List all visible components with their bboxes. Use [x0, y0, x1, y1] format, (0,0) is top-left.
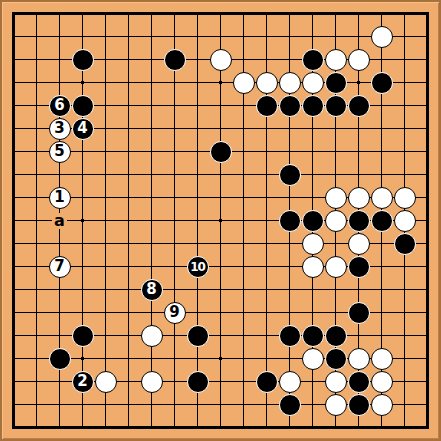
board-cell[interactable]	[232, 301, 255, 324]
board-cell[interactable]	[163, 25, 186, 48]
board-cell[interactable]	[370, 140, 393, 163]
board-cell[interactable]	[209, 71, 232, 94]
board-cell[interactable]	[25, 324, 48, 347]
board-cell[interactable]	[163, 71, 186, 94]
board-cell[interactable]	[347, 232, 370, 255]
board-cell[interactable]	[232, 140, 255, 163]
board-cell[interactable]	[140, 301, 163, 324]
board-cell[interactable]	[278, 232, 301, 255]
board-cell[interactable]	[117, 71, 140, 94]
board-cell[interactable]	[163, 393, 186, 416]
board-cell[interactable]	[324, 94, 347, 117]
board-cell[interactable]	[393, 255, 416, 278]
board-cell[interactable]	[2, 48, 25, 71]
board-cell[interactable]	[186, 25, 209, 48]
board-cell[interactable]	[301, 347, 324, 370]
board-cell[interactable]	[301, 209, 324, 232]
board-cell[interactable]	[209, 48, 232, 71]
board-cell[interactable]	[232, 163, 255, 186]
board-cell[interactable]	[255, 140, 278, 163]
board-cell[interactable]	[232, 2, 255, 25]
board-cell[interactable]	[370, 71, 393, 94]
board-cell[interactable]: 10	[186, 255, 209, 278]
board-cell[interactable]	[48, 71, 71, 94]
board-cell[interactable]	[278, 48, 301, 71]
board-cell[interactable]	[278, 94, 301, 117]
board-cell[interactable]	[186, 48, 209, 71]
board-cell[interactable]	[255, 186, 278, 209]
board-cell[interactable]	[255, 370, 278, 393]
board-cell[interactable]	[140, 94, 163, 117]
board-cell[interactable]	[94, 347, 117, 370]
board-cell[interactable]	[71, 71, 94, 94]
board-cell[interactable]	[71, 324, 94, 347]
board-cell[interactable]	[117, 370, 140, 393]
board-cell[interactable]	[255, 71, 278, 94]
board-cell[interactable]	[347, 163, 370, 186]
board-cell[interactable]	[301, 25, 324, 48]
board-cell[interactable]: 7	[48, 255, 71, 278]
board-cell[interactable]	[209, 301, 232, 324]
board-cell[interactable]	[324, 324, 347, 347]
board-cell[interactable]	[48, 48, 71, 71]
board-cell[interactable]	[232, 117, 255, 140]
board-cell[interactable]	[71, 416, 94, 439]
board-cell[interactable]	[370, 25, 393, 48]
board-cell[interactable]	[255, 2, 278, 25]
board-cell[interactable]	[94, 278, 117, 301]
board-cell[interactable]	[232, 186, 255, 209]
board-cell[interactable]	[117, 94, 140, 117]
board-cell[interactable]	[301, 301, 324, 324]
board-cell[interactable]	[71, 163, 94, 186]
board-cell[interactable]	[163, 278, 186, 301]
board-cell[interactable]	[370, 94, 393, 117]
board-cell[interactable]	[209, 140, 232, 163]
board-cell[interactable]	[71, 94, 94, 117]
board-cell[interactable]: 5	[48, 140, 71, 163]
board-cell[interactable]	[301, 370, 324, 393]
board-cell[interactable]	[324, 48, 347, 71]
board-cell[interactable]	[25, 301, 48, 324]
board-cell[interactable]	[232, 278, 255, 301]
board-cell[interactable]	[163, 209, 186, 232]
board-cell[interactable]	[2, 347, 25, 370]
board-cell[interactable]	[370, 301, 393, 324]
board-cell[interactable]	[94, 140, 117, 163]
board-cell[interactable]	[209, 347, 232, 370]
board-cell[interactable]	[370, 117, 393, 140]
board-cell[interactable]	[163, 163, 186, 186]
board-cell[interactable]	[416, 324, 439, 347]
board-cell[interactable]	[140, 48, 163, 71]
board-cell[interactable]	[117, 25, 140, 48]
board-cell[interactable]	[94, 71, 117, 94]
board-cell[interactable]	[370, 324, 393, 347]
board-cell[interactable]	[278, 186, 301, 209]
board-cell[interactable]	[393, 94, 416, 117]
board-cell[interactable]	[255, 94, 278, 117]
board-cell[interactable]	[71, 25, 94, 48]
board-cell[interactable]	[209, 370, 232, 393]
board-cell[interactable]	[2, 71, 25, 94]
board-cell[interactable]	[301, 2, 324, 25]
board-cell[interactable]	[416, 117, 439, 140]
board-cell[interactable]	[393, 301, 416, 324]
board-cell[interactable]: 9	[163, 301, 186, 324]
board-cell[interactable]	[2, 232, 25, 255]
board-cell[interactable]	[324, 416, 347, 439]
board-cell[interactable]	[209, 255, 232, 278]
board-cell[interactable]	[94, 48, 117, 71]
board-cell[interactable]	[347, 393, 370, 416]
board-cell[interactable]	[255, 324, 278, 347]
board-cell[interactable]	[347, 25, 370, 48]
board-cell[interactable]	[71, 393, 94, 416]
board-cell[interactable]	[163, 140, 186, 163]
board-cell[interactable]	[232, 416, 255, 439]
board-cell[interactable]	[209, 324, 232, 347]
board-cell[interactable]	[163, 370, 186, 393]
board-cell[interactable]	[232, 209, 255, 232]
board-cell[interactable]	[393, 393, 416, 416]
board-cell[interactable]	[163, 416, 186, 439]
board-cell[interactable]	[370, 232, 393, 255]
board-cell[interactable]	[163, 186, 186, 209]
board-cell[interactable]	[186, 71, 209, 94]
board-cell[interactable]	[232, 347, 255, 370]
board-cell[interactable]	[301, 278, 324, 301]
board-cell[interactable]	[347, 2, 370, 25]
board-cell[interactable]	[117, 186, 140, 209]
board-cell[interactable]	[117, 393, 140, 416]
board-cell[interactable]	[71, 140, 94, 163]
board-cell[interactable]	[48, 347, 71, 370]
board-cell[interactable]: 3	[48, 117, 71, 140]
board-cell[interactable]: 6	[48, 94, 71, 117]
board-cell[interactable]	[94, 393, 117, 416]
board-cell[interactable]	[25, 25, 48, 48]
board-cell[interactable]	[416, 140, 439, 163]
board-cell[interactable]	[255, 255, 278, 278]
board-cell[interactable]	[140, 347, 163, 370]
board-cell[interactable]	[163, 347, 186, 370]
board-cell[interactable]	[25, 186, 48, 209]
board-cell[interactable]	[186, 393, 209, 416]
board-cell[interactable]	[416, 301, 439, 324]
board-cell[interactable]	[370, 186, 393, 209]
board-cell[interactable]	[255, 232, 278, 255]
board-cell[interactable]	[94, 324, 117, 347]
board-cell[interactable]	[94, 209, 117, 232]
board-cell[interactable]	[2, 2, 25, 25]
board-cell[interactable]	[416, 163, 439, 186]
board-cell[interactable]	[347, 301, 370, 324]
board-cell[interactable]	[117, 140, 140, 163]
board-cell[interactable]	[278, 140, 301, 163]
board-cell[interactable]	[140, 416, 163, 439]
board-cell[interactable]	[416, 416, 439, 439]
board-cell[interactable]	[347, 117, 370, 140]
board-cell[interactable]	[48, 393, 71, 416]
board-cell[interactable]	[370, 416, 393, 439]
board-cell[interactable]	[278, 416, 301, 439]
board-cell[interactable]	[117, 324, 140, 347]
board-cell[interactable]	[278, 301, 301, 324]
board-cell[interactable]	[2, 416, 25, 439]
board-cell[interactable]	[117, 416, 140, 439]
board-cell[interactable]	[163, 324, 186, 347]
board-cell[interactable]	[232, 94, 255, 117]
board-cell[interactable]	[416, 347, 439, 370]
board-cell[interactable]	[278, 209, 301, 232]
board-cell[interactable]	[324, 278, 347, 301]
board-cell[interactable]	[278, 2, 301, 25]
board-cell[interactable]	[71, 2, 94, 25]
board-cell[interactable]	[209, 232, 232, 255]
board-cell[interactable]	[324, 370, 347, 393]
board-cell[interactable]	[71, 232, 94, 255]
board-cell[interactable]	[232, 232, 255, 255]
board-cell[interactable]	[416, 370, 439, 393]
board-cell[interactable]	[370, 48, 393, 71]
board-cell[interactable]	[347, 324, 370, 347]
board-cell[interactable]	[94, 163, 117, 186]
board-cell[interactable]	[163, 232, 186, 255]
board-cell[interactable]	[416, 278, 439, 301]
board-cell[interactable]	[117, 2, 140, 25]
board-cell[interactable]	[25, 140, 48, 163]
board-cell[interactable]	[140, 25, 163, 48]
board-cell[interactable]	[186, 301, 209, 324]
board-cell[interactable]	[393, 232, 416, 255]
board-cell[interactable]	[209, 163, 232, 186]
board-cell[interactable]	[71, 48, 94, 71]
board-cell[interactable]	[163, 48, 186, 71]
board-cell[interactable]	[301, 416, 324, 439]
board-cell[interactable]	[25, 347, 48, 370]
board-cell[interactable]	[117, 48, 140, 71]
board-cell[interactable]	[186, 163, 209, 186]
board-cell[interactable]	[163, 2, 186, 25]
board-cell[interactable]	[48, 2, 71, 25]
board-cell[interactable]	[2, 324, 25, 347]
board-cell[interactable]	[347, 278, 370, 301]
board-cell[interactable]	[117, 278, 140, 301]
board-cell[interactable]	[347, 186, 370, 209]
board-cell[interactable]	[232, 255, 255, 278]
board-cell[interactable]	[94, 94, 117, 117]
board-cell[interactable]: a	[48, 209, 71, 232]
board-cell[interactable]	[186, 324, 209, 347]
board-cell[interactable]	[186, 347, 209, 370]
board-cell[interactable]	[94, 232, 117, 255]
board-cell[interactable]	[416, 48, 439, 71]
board-cell[interactable]	[416, 2, 439, 25]
board-cell[interactable]	[393, 25, 416, 48]
board-cell[interactable]	[71, 209, 94, 232]
board-cell[interactable]	[393, 140, 416, 163]
board-cell[interactable]	[301, 94, 324, 117]
board-cell[interactable]	[2, 393, 25, 416]
board-cell[interactable]	[324, 393, 347, 416]
board-cell[interactable]	[278, 71, 301, 94]
board-cell[interactable]	[301, 186, 324, 209]
board-cell[interactable]	[301, 140, 324, 163]
board-cell[interactable]	[163, 117, 186, 140]
board-cell[interactable]	[301, 163, 324, 186]
board-cell[interactable]	[25, 393, 48, 416]
board-cell[interactable]	[117, 163, 140, 186]
board-cell[interactable]: 8	[140, 278, 163, 301]
board-cell[interactable]	[324, 2, 347, 25]
board-cell[interactable]	[232, 370, 255, 393]
board-cell[interactable]	[347, 48, 370, 71]
board-cell[interactable]	[140, 117, 163, 140]
board-cell[interactable]	[2, 209, 25, 232]
board-cell[interactable]	[301, 48, 324, 71]
board-cell[interactable]	[71, 347, 94, 370]
board-cell[interactable]	[393, 347, 416, 370]
board-cell[interactable]	[94, 416, 117, 439]
board-cell[interactable]	[278, 370, 301, 393]
board-cell[interactable]	[48, 416, 71, 439]
board-cell[interactable]	[209, 278, 232, 301]
board-cell[interactable]	[255, 117, 278, 140]
board-cell[interactable]	[347, 347, 370, 370]
board-cell[interactable]	[25, 2, 48, 25]
board-cell[interactable]	[324, 255, 347, 278]
board-cell[interactable]	[140, 370, 163, 393]
board-cell[interactable]	[186, 209, 209, 232]
board-cell[interactable]	[48, 278, 71, 301]
board-cell[interactable]	[163, 255, 186, 278]
board-cell[interactable]	[393, 370, 416, 393]
board-cell[interactable]	[232, 324, 255, 347]
board-cell[interactable]	[186, 232, 209, 255]
board-cell[interactable]	[94, 117, 117, 140]
board-cell[interactable]	[347, 140, 370, 163]
board-cell[interactable]	[117, 347, 140, 370]
board-cell[interactable]	[25, 278, 48, 301]
board-cell[interactable]	[393, 416, 416, 439]
board-cell[interactable]	[71, 278, 94, 301]
board-cell[interactable]	[393, 209, 416, 232]
board-cell[interactable]	[324, 232, 347, 255]
board-cell[interactable]	[393, 48, 416, 71]
board-cell[interactable]	[94, 25, 117, 48]
board-cell[interactable]	[278, 347, 301, 370]
board-cell[interactable]	[347, 94, 370, 117]
board-cell[interactable]	[25, 416, 48, 439]
board-cell[interactable]	[2, 301, 25, 324]
board-cell[interactable]	[140, 255, 163, 278]
board-cell[interactable]	[2, 370, 25, 393]
board-cell[interactable]	[416, 393, 439, 416]
board-cell[interactable]	[186, 370, 209, 393]
board-cell[interactable]	[255, 48, 278, 71]
board-cell[interactable]	[370, 209, 393, 232]
board-cell[interactable]	[71, 255, 94, 278]
board-cell[interactable]	[2, 140, 25, 163]
board-cell[interactable]	[140, 140, 163, 163]
board-cell[interactable]	[278, 117, 301, 140]
board-cell[interactable]	[71, 301, 94, 324]
board-cell[interactable]	[347, 209, 370, 232]
board-cell[interactable]	[48, 324, 71, 347]
board-cell[interactable]	[232, 71, 255, 94]
board-cell[interactable]	[2, 255, 25, 278]
board-cell[interactable]	[393, 117, 416, 140]
board-cell[interactable]	[140, 393, 163, 416]
board-cell[interactable]	[48, 163, 71, 186]
board-cell[interactable]	[393, 278, 416, 301]
board-cell[interactable]: 2	[71, 370, 94, 393]
board-cell[interactable]	[278, 278, 301, 301]
board-cell[interactable]	[209, 209, 232, 232]
board-cell[interactable]	[25, 255, 48, 278]
board-cell[interactable]	[48, 370, 71, 393]
board-cell[interactable]	[324, 117, 347, 140]
board-cell[interactable]	[278, 393, 301, 416]
board-cell[interactable]	[186, 186, 209, 209]
board-cell[interactable]	[324, 347, 347, 370]
board-cell[interactable]	[48, 301, 71, 324]
board-cell[interactable]	[370, 163, 393, 186]
board-cell[interactable]	[2, 117, 25, 140]
board-cell[interactable]	[255, 393, 278, 416]
board-cell[interactable]	[255, 278, 278, 301]
board-cell[interactable]	[48, 232, 71, 255]
board-cell[interactable]	[140, 209, 163, 232]
board-cell[interactable]	[324, 209, 347, 232]
board-cell[interactable]	[140, 324, 163, 347]
board-cell[interactable]	[186, 94, 209, 117]
board-cell[interactable]	[25, 370, 48, 393]
board-cell[interactable]	[393, 163, 416, 186]
board-cell[interactable]	[2, 278, 25, 301]
board-cell[interactable]	[301, 393, 324, 416]
board-cell[interactable]	[255, 347, 278, 370]
board-cell[interactable]	[301, 324, 324, 347]
board-cell[interactable]	[347, 370, 370, 393]
board-cell[interactable]	[255, 209, 278, 232]
board-cell[interactable]	[25, 232, 48, 255]
board-cell[interactable]	[2, 186, 25, 209]
board-cell[interactable]	[117, 209, 140, 232]
board-cell[interactable]	[370, 347, 393, 370]
board-cell[interactable]	[117, 255, 140, 278]
board-cell[interactable]	[209, 94, 232, 117]
board-cell[interactable]	[301, 255, 324, 278]
board-cell[interactable]	[209, 2, 232, 25]
board-cell[interactable]	[416, 209, 439, 232]
board-cell[interactable]	[2, 94, 25, 117]
board-cell[interactable]	[416, 25, 439, 48]
board-cell[interactable]	[140, 163, 163, 186]
board-cell[interactable]	[25, 209, 48, 232]
board-cell[interactable]: 4	[71, 117, 94, 140]
board-cell[interactable]	[324, 25, 347, 48]
board-cell[interactable]	[25, 117, 48, 140]
board-cell[interactable]	[2, 163, 25, 186]
board-cell[interactable]	[416, 232, 439, 255]
board-cell[interactable]	[94, 370, 117, 393]
board-cell[interactable]	[94, 255, 117, 278]
board-cell[interactable]	[393, 186, 416, 209]
board-cell[interactable]	[278, 25, 301, 48]
board-cell[interactable]	[416, 94, 439, 117]
